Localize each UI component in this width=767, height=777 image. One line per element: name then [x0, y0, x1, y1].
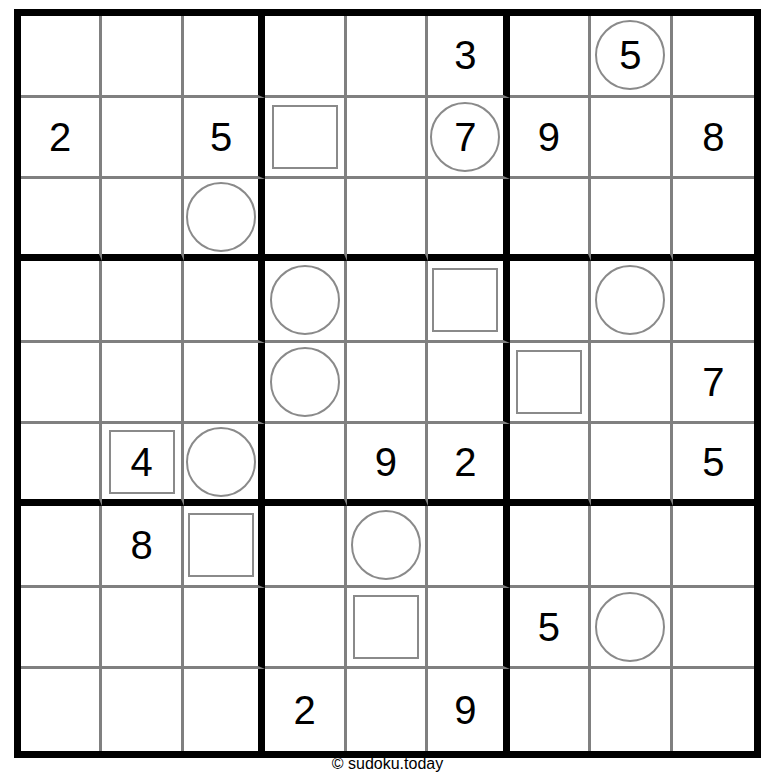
odd-circle-mark [186, 182, 256, 252]
cell-r1c2[interactable] [102, 16, 183, 98]
cell-r6c2[interactable]: 4 [102, 424, 183, 506]
given-digit: 5 [538, 607, 560, 647]
cell-r2c2[interactable] [102, 98, 183, 180]
cell-r6c9[interactable]: 5 [673, 424, 754, 506]
cell-r3c7[interactable] [510, 179, 591, 261]
given-digit: 2 [293, 690, 315, 730]
odd-circle-mark [595, 265, 665, 335]
cell-r6c3[interactable] [184, 424, 265, 506]
cell-r9c4[interactable]: 2 [265, 669, 346, 751]
sudoku-board: 3525798749258529 [14, 9, 761, 758]
cell-r9c6[interactable]: 9 [428, 669, 509, 751]
cell-r3c2[interactable] [102, 179, 183, 261]
cell-r3c4[interactable] [265, 179, 346, 261]
cell-r7c4[interactable] [265, 506, 346, 588]
cell-r8c3[interactable] [184, 588, 265, 670]
cell-r4c9[interactable] [673, 261, 754, 343]
odd-circle-mark [270, 265, 340, 335]
cell-r1c9[interactable] [673, 16, 754, 98]
cell-r4c7[interactable] [510, 261, 591, 343]
cell-r6c4[interactable] [265, 424, 346, 506]
cell-r2c6[interactable]: 7 [428, 98, 509, 180]
given-digit: 9 [375, 442, 397, 482]
given-digit: 4 [131, 442, 153, 482]
cell-r5c9[interactable]: 7 [673, 343, 754, 425]
given-digit: 5 [619, 35, 641, 75]
given-digit: 3 [454, 35, 476, 75]
cell-r1c3[interactable] [184, 16, 265, 98]
cell-r8c4[interactable] [265, 588, 346, 670]
cell-r5c2[interactable] [102, 343, 183, 425]
even-square-mark [516, 350, 582, 414]
cell-r8c6[interactable] [428, 588, 509, 670]
odd-circle-mark [270, 347, 340, 417]
given-digit: 2 [454, 442, 476, 482]
given-digit: 9 [454, 690, 476, 730]
cell-r6c5[interactable]: 9 [347, 424, 428, 506]
cell-r7c3[interactable] [184, 506, 265, 588]
cell-r5c1[interactable] [21, 343, 102, 425]
cell-r8c5[interactable] [347, 588, 428, 670]
cell-r4c6[interactable] [428, 261, 509, 343]
cell-r1c1[interactable] [21, 16, 102, 98]
cell-r8c9[interactable] [673, 588, 754, 670]
cell-r7c9[interactable] [673, 506, 754, 588]
even-square-mark [353, 595, 419, 659]
cell-r7c6[interactable] [428, 506, 509, 588]
cell-r6c7[interactable] [510, 424, 591, 506]
cell-r9c3[interactable] [184, 669, 265, 751]
cell-r9c1[interactable] [21, 669, 102, 751]
cell-r2c4[interactable] [265, 98, 346, 180]
cell-r3c1[interactable] [21, 179, 102, 261]
given-digit: 2 [49, 117, 71, 157]
given-digit: 5 [210, 117, 232, 157]
cell-r6c6[interactable]: 2 [428, 424, 509, 506]
cell-r7c5[interactable] [347, 506, 428, 588]
given-digit: 7 [454, 117, 476, 157]
cell-r2c7[interactable]: 9 [510, 98, 591, 180]
odd-circle-mark [595, 592, 665, 662]
cell-r4c2[interactable] [102, 261, 183, 343]
cell-r5c3[interactable] [184, 343, 265, 425]
given-digit: 5 [702, 442, 724, 482]
cell-r1c7[interactable] [510, 16, 591, 98]
cell-r2c3[interactable]: 5 [184, 98, 265, 180]
cell-r4c4[interactable] [265, 261, 346, 343]
credit-text: © sudoku.today [14, 755, 761, 773]
cell-r7c1[interactable] [21, 506, 102, 588]
cell-r7c7[interactable] [510, 506, 591, 588]
given-digit: 7 [702, 362, 724, 402]
cell-r7c8[interactable] [591, 506, 672, 588]
cell-r3c9[interactable] [673, 179, 754, 261]
cell-r4c1[interactable] [21, 261, 102, 343]
cell-r8c1[interactable] [21, 588, 102, 670]
cell-r6c8[interactable] [591, 424, 672, 506]
cell-r1c8[interactable]: 5 [591, 16, 672, 98]
cell-r9c5[interactable] [347, 669, 428, 751]
cell-r3c3[interactable] [184, 179, 265, 261]
even-square-mark [432, 268, 498, 332]
cell-r7c2[interactable]: 8 [102, 506, 183, 588]
cell-r3c6[interactable] [428, 179, 509, 261]
odd-circle-mark [186, 427, 256, 497]
sudoku-page: 3525798749258529 © sudoku.today [0, 0, 767, 777]
cell-r9c9[interactable] [673, 669, 754, 751]
given-digit: 8 [702, 117, 724, 157]
cell-r9c7[interactable] [510, 669, 591, 751]
cell-r1c6[interactable]: 3 [428, 16, 509, 98]
cell-r5c6[interactable] [428, 343, 509, 425]
cell-r4c5[interactable] [347, 261, 428, 343]
cell-r3c5[interactable] [347, 179, 428, 261]
cell-r5c7[interactable] [510, 343, 591, 425]
cell-r2c5[interactable] [347, 98, 428, 180]
given-digit: 8 [131, 525, 153, 565]
even-square-mark [188, 513, 254, 577]
cell-r4c3[interactable] [184, 261, 265, 343]
cell-r9c8[interactable] [591, 669, 672, 751]
even-square-mark [272, 105, 338, 169]
cell-r5c4[interactable] [265, 343, 346, 425]
cell-r2c1[interactable]: 2 [21, 98, 102, 180]
cell-r9c2[interactable] [102, 669, 183, 751]
cell-r6c1[interactable] [21, 424, 102, 506]
odd-circle-mark [351, 510, 421, 580]
cell-r3c8[interactable] [591, 179, 672, 261]
cell-r5c5[interactable] [347, 343, 428, 425]
cell-r1c4[interactable] [265, 16, 346, 98]
cell-r4c8[interactable] [591, 261, 672, 343]
cell-r2c8[interactable] [591, 98, 672, 180]
cell-r8c8[interactable] [591, 588, 672, 670]
cell-r1c5[interactable] [347, 16, 428, 98]
given-digit: 9 [538, 117, 560, 157]
cell-r2c9[interactable]: 8 [673, 98, 754, 180]
cell-r5c8[interactable] [591, 343, 672, 425]
cell-r8c7[interactable]: 5 [510, 588, 591, 670]
cell-r8c2[interactable] [102, 588, 183, 670]
